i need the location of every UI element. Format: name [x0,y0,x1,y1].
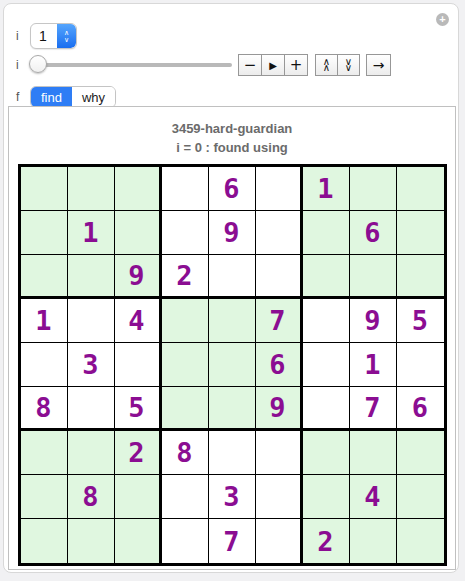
sudoku-cell-r7c9 [397,431,444,475]
sudoku-cell-r4c9: 5 [397,299,444,343]
sudoku-cell-r2c1 [21,211,68,255]
sudoku-cell-r1c5: 6 [209,167,256,211]
slider-label: i [16,58,24,72]
puzzle-title: 3459-hard-guardian [9,121,455,136]
sudoku-cell-r7c2 [68,431,115,475]
sudoku-cell-r7c7 [303,431,350,475]
output-panel: 3459-hard-guardian i = 0 : found using 6… [8,106,456,570]
sudoku-cell-r1c4 [162,167,209,211]
play-button[interactable]: ▶ [261,54,285,76]
direction-button[interactable]: → [366,54,391,76]
sudoku-cell-r2c3 [115,211,162,255]
sudoku-cell-r4c2 [68,299,115,343]
setter-option-find[interactable]: find [31,87,72,107]
popup-row: i 1 ∧∨ [16,23,77,49]
step-back-button[interactable]: − [238,54,262,76]
sudoku-cell-r3c8 [350,255,397,299]
sudoku-cell-r9c8 [350,519,397,563]
sudoku-cell-r4c3: 4 [115,299,162,343]
sudoku-cell-r1c9 [397,167,444,211]
sudoku-cell-r9c1 [21,519,68,563]
sudoku-cell-r2c5: 9 [209,211,256,255]
popup-value: 1 [31,24,57,48]
sudoku-cell-r1c2 [68,167,115,211]
sudoku-cell-r7c1 [21,431,68,475]
sudoku-cell-r4c5 [209,299,256,343]
sudoku-cell-r5c9 [397,343,444,387]
sudoku-cell-r8c2: 8 [68,475,115,519]
sudoku-cell-r9c2 [68,519,115,563]
sudoku-cell-r3c9 [397,255,444,299]
sudoku-cell-r5c5 [209,343,256,387]
sudoku-cell-r2c4 [162,211,209,255]
sudoku-board: 611969214795361859762883472 [18,164,447,566]
sudoku-cell-r5c2: 3 [68,343,115,387]
setter-row: f find why [16,86,116,108]
sudoku-cell-r8c6 [256,475,303,519]
f-setter-bar: find why [30,86,116,108]
sudoku-cell-r5c1 [21,343,68,387]
popup-stepper[interactable]: ∧∨ [57,24,76,48]
sudoku-cell-r1c1 [21,167,68,211]
sudoku-cell-r7c5 [209,431,256,475]
sudoku-cell-r9c7: 2 [303,519,350,563]
sudoku-cell-r1c8 [350,167,397,211]
slider-thumb[interactable] [29,55,47,73]
sudoku-cell-r8c4 [162,475,209,519]
sudoku-cell-r9c6 [256,519,303,563]
sudoku-cell-r3c5 [209,255,256,299]
sudoku-cell-r3c3: 9 [115,255,162,299]
sudoku-cell-r2c8: 6 [350,211,397,255]
slider-row: i − ▶ + ∧ ∧ ∨ ∨ → [16,54,391,76]
sudoku-cell-r7c8 [350,431,397,475]
sudoku-cell-r7c3: 2 [115,431,162,475]
stepper-up-icon: ∧ [64,29,69,36]
sudoku-cell-r2c6 [256,211,303,255]
sudoku-cell-r7c4: 8 [162,431,209,475]
sudoku-cell-r1c3 [115,167,162,211]
sudoku-cell-r6c4 [162,387,209,431]
status-line: i = 0 : found using [9,140,455,155]
sudoku-cell-r4c7 [303,299,350,343]
sudoku-cell-r8c8: 4 [350,475,397,519]
sudoku-cell-r9c5: 7 [209,519,256,563]
step-forward-button[interactable]: + [284,54,308,76]
slower-button[interactable]: ∨ ∨ [337,54,360,76]
sudoku-cell-r2c7 [303,211,350,255]
sudoku-cell-r6c9: 6 [397,387,444,431]
sudoku-cell-r5c4 [162,343,209,387]
sudoku-cell-r2c9 [397,211,444,255]
setter-option-why[interactable]: why [72,87,115,107]
sudoku-cell-r7c6 [256,431,303,475]
sudoku-cell-r1c6 [256,167,303,211]
sudoku-cell-r5c7 [303,343,350,387]
stepper-down-icon: ∨ [64,36,69,43]
manipulate-frame: + i 1 ∧∨ i − ▶ + ∧ ∧ ∨ ∨ → f find why [3,3,459,573]
sudoku-cell-r6c5 [209,387,256,431]
sudoku-cell-r6c2 [68,387,115,431]
sudoku-cell-r3c6 [256,255,303,299]
sudoku-cell-r1c7: 1 [303,167,350,211]
sudoku-cell-r9c3 [115,519,162,563]
sudoku-cell-r5c6: 6 [256,343,303,387]
faster-button[interactable]: ∧ ∧ [315,54,338,76]
sudoku-cell-r3c4: 2 [162,255,209,299]
sudoku-cell-r5c3 [115,343,162,387]
sudoku-cell-r3c2 [68,255,115,299]
sudoku-cell-r4c8: 9 [350,299,397,343]
sudoku-cell-r8c7 [303,475,350,519]
direction-button-group: → [366,54,391,76]
sudoku-cell-r6c3: 5 [115,387,162,431]
sudoku-cell-r6c6: 9 [256,387,303,431]
sudoku-cell-r8c1 [21,475,68,519]
sudoku-cell-r2c2: 1 [68,211,115,255]
sudoku-cell-r6c7 [303,387,350,431]
sudoku-cell-r9c9 [397,519,444,563]
step-button-group: − ▶ + [238,54,308,76]
sudoku-cell-r5c8: 1 [350,343,397,387]
sudoku-cell-r6c8: 7 [350,387,397,431]
manipulate-menu-icon[interactable]: + [436,13,449,26]
sudoku-cell-r8c3 [115,475,162,519]
sudoku-cell-r4c6: 7 [256,299,303,343]
sudoku-cell-r4c4 [162,299,209,343]
popup-label: i [16,29,24,43]
i-slider[interactable] [31,63,232,67]
sudoku-cell-r3c1 [21,255,68,299]
sudoku-cell-r3c7 [303,255,350,299]
sudoku-cell-r8c5: 3 [209,475,256,519]
setter-label: f [16,90,24,104]
sudoku-cell-r6c1: 8 [21,387,68,431]
sudoku-cell-r4c1: 1 [21,299,68,343]
sudoku-cell-r8c9 [397,475,444,519]
sudoku-cell-r9c4 [162,519,209,563]
speed-button-group: ∧ ∧ ∨ ∨ [315,54,360,76]
i-popup-menu[interactable]: 1 ∧∨ [30,23,77,49]
